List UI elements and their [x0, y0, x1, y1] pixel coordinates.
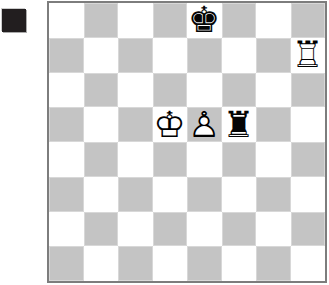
square-d4[interactable]: [153, 142, 188, 177]
square-e8[interactable]: ♚: [187, 3, 222, 38]
square-a7[interactable]: [49, 38, 84, 73]
square-d3[interactable]: [153, 177, 188, 212]
square-b6[interactable]: [84, 73, 119, 108]
square-c6[interactable]: [118, 73, 153, 108]
square-d6[interactable]: [153, 73, 188, 108]
square-h2[interactable]: [291, 212, 326, 247]
square-g1[interactable]: [256, 246, 291, 281]
square-c1[interactable]: [118, 246, 153, 281]
square-c3[interactable]: [118, 177, 153, 212]
square-a1[interactable]: [49, 246, 84, 281]
piece-white-pawn: ♙: [187, 107, 222, 142]
square-c7[interactable]: [118, 38, 153, 73]
square-b7[interactable]: [84, 38, 119, 73]
square-e7[interactable]: [187, 38, 222, 73]
square-h3[interactable]: [291, 177, 326, 212]
square-f8[interactable]: [222, 3, 257, 38]
square-g8[interactable]: [256, 3, 291, 38]
square-g4[interactable]: [256, 142, 291, 177]
piece-white-rook-fill: ♜: [291, 38, 326, 73]
square-a2[interactable]: [49, 212, 84, 247]
square-h1[interactable]: [291, 246, 326, 281]
square-d7[interactable]: [153, 38, 188, 73]
square-a8[interactable]: [49, 3, 84, 38]
square-d2[interactable]: [153, 212, 188, 247]
square-b4[interactable]: [84, 142, 119, 177]
square-g6[interactable]: [256, 73, 291, 108]
square-e1[interactable]: [187, 246, 222, 281]
square-f2[interactable]: [222, 212, 257, 247]
chess-board: ♚♜♖♚♔♟♙♜: [47, 1, 327, 283]
square-h8[interactable]: [291, 3, 326, 38]
chess-diagram: ♚♜♖♚♔♟♙♜: [0, 0, 329, 285]
square-b8[interactable]: [84, 3, 119, 38]
piece-white-king-fill: ♚: [153, 107, 188, 142]
piece-black-rook: ♜: [222, 107, 257, 142]
piece-white-rook: ♖: [291, 38, 326, 73]
square-b1[interactable]: [84, 246, 119, 281]
square-e4[interactable]: [187, 142, 222, 177]
piece-white-king: ♔: [153, 107, 188, 142]
square-f5[interactable]: ♜: [222, 107, 257, 142]
square-h7[interactable]: ♜♖: [291, 38, 326, 73]
square-b5[interactable]: [84, 107, 119, 142]
piece-white-pawn-fill: ♟: [187, 107, 222, 142]
square-h4[interactable]: [291, 142, 326, 177]
square-d8[interactable]: [153, 3, 188, 38]
square-c8[interactable]: [118, 3, 153, 38]
square-c5[interactable]: [118, 107, 153, 142]
square-e6[interactable]: [187, 73, 222, 108]
square-a5[interactable]: [49, 107, 84, 142]
square-e3[interactable]: [187, 177, 222, 212]
square-g5[interactable]: [256, 107, 291, 142]
square-d5[interactable]: ♚♔: [153, 107, 188, 142]
piece-black-king: ♚: [187, 3, 222, 38]
square-f1[interactable]: [222, 246, 257, 281]
square-d1[interactable]: [153, 246, 188, 281]
square-h6[interactable]: [291, 73, 326, 108]
side-to-move-indicator: [2, 9, 26, 32]
square-a4[interactable]: [49, 142, 84, 177]
square-a6[interactable]: [49, 73, 84, 108]
square-e2[interactable]: [187, 212, 222, 247]
square-b2[interactable]: [84, 212, 119, 247]
square-f7[interactable]: [222, 38, 257, 73]
square-e5[interactable]: ♟♙: [187, 107, 222, 142]
square-h5[interactable]: [291, 107, 326, 142]
square-g7[interactable]: [256, 38, 291, 73]
square-a3[interactable]: [49, 177, 84, 212]
square-g3[interactable]: [256, 177, 291, 212]
square-f6[interactable]: [222, 73, 257, 108]
square-f3[interactable]: [222, 177, 257, 212]
square-g2[interactable]: [256, 212, 291, 247]
square-c4[interactable]: [118, 142, 153, 177]
square-f4[interactable]: [222, 142, 257, 177]
square-c2[interactable]: [118, 212, 153, 247]
square-b3[interactable]: [84, 177, 119, 212]
